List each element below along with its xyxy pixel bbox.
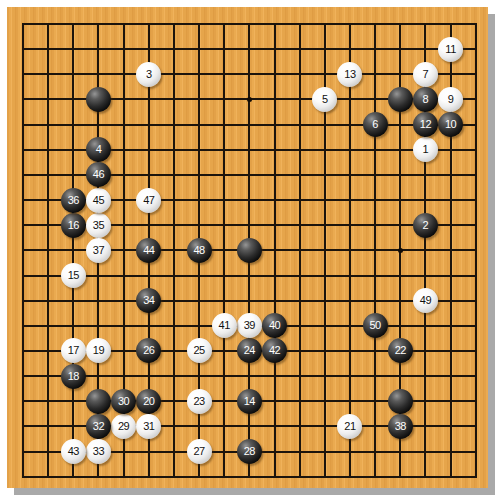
stone-move-number: 6: [372, 119, 378, 130]
stone-move-number: 25: [193, 345, 204, 356]
grid-line-vertical: [349, 23, 351, 478]
stone-black-32: 32: [86, 414, 111, 439]
stone-white-49: 49: [413, 288, 438, 313]
stone-black-36: 36: [61, 188, 86, 213]
stone-move-number: 46: [93, 169, 104, 180]
stone-move-number: 42: [269, 345, 280, 356]
stone-black-34: 34: [136, 288, 161, 313]
star-point: [398, 248, 403, 253]
stone-black-28: 28: [237, 439, 262, 464]
stone-black-30: 30: [111, 389, 136, 414]
stone-black-10: 10: [438, 112, 463, 137]
stone-move-number: 8: [423, 94, 429, 105]
stone-white-31: 31: [136, 414, 161, 439]
stone-white-29: 29: [111, 414, 136, 439]
grid-line-horizontal: [22, 375, 477, 377]
stone-move-number: 35: [93, 220, 104, 231]
stone-white-7: 7: [413, 62, 438, 87]
stone-move-number: 17: [68, 345, 79, 356]
grid-line-vertical: [475, 23, 477, 478]
grid-line-vertical: [374, 23, 376, 478]
stone-move-number: 4: [96, 144, 102, 155]
stone-white-25: 25: [187, 338, 212, 363]
stone-move-number: 47: [143, 195, 154, 206]
stone-move-number: 3: [146, 69, 152, 80]
stone-move-number: 29: [118, 421, 129, 432]
stone-white-23: 23: [187, 389, 212, 414]
stone-move-number: 28: [244, 446, 255, 457]
stone-move-number: 43: [68, 446, 79, 457]
stone-black-handicap: [388, 87, 413, 112]
stone-move-number: 21: [344, 421, 355, 432]
stone-black-handicap: [237, 238, 262, 263]
stone-move-number: 14: [244, 396, 255, 407]
stone-black-18: 18: [61, 364, 86, 389]
stone-black-46: 46: [86, 162, 111, 187]
stone-move-number: 48: [193, 245, 204, 256]
stone-black-40: 40: [262, 313, 287, 338]
stone-white-45: 45: [86, 188, 111, 213]
stone-move-number: 41: [219, 320, 230, 331]
stone-move-number: 38: [395, 421, 406, 432]
stone-white-3: 3: [136, 62, 161, 87]
stone-white-15: 15: [61, 263, 86, 288]
stone-black-6: 6: [363, 112, 388, 137]
star-point: [247, 97, 252, 102]
stone-black-48: 48: [187, 238, 212, 263]
stone-white-5: 5: [312, 87, 337, 112]
stone-black-16: 16: [61, 213, 86, 238]
stone-black-50: 50: [363, 313, 388, 338]
stone-white-19: 19: [86, 338, 111, 363]
stone-move-number: 19: [93, 345, 104, 356]
stone-move-number: 45: [93, 195, 104, 206]
stone-move-number: 37: [93, 245, 104, 256]
stone-white-33: 33: [86, 439, 111, 464]
stone-move-number: 18: [68, 371, 79, 382]
stone-move-number: 40: [269, 320, 280, 331]
stone-white-37: 37: [86, 238, 111, 263]
stone-white-39: 39: [237, 313, 262, 338]
stone-move-number: 22: [395, 345, 406, 356]
stone-white-35: 35: [86, 213, 111, 238]
stone-black-38: 38: [388, 414, 413, 439]
stone-move-number: 15: [68, 270, 79, 281]
stone-white-9: 9: [438, 87, 463, 112]
stone-white-17: 17: [61, 338, 86, 363]
stone-move-number: 44: [143, 245, 154, 256]
stone-move-number: 49: [420, 295, 431, 306]
stone-move-number: 26: [143, 345, 154, 356]
stone-move-number: 11: [445, 44, 455, 55]
stone-move-number: 7: [423, 69, 429, 80]
stone-black-24: 24: [237, 338, 262, 363]
grid-line-horizontal: [22, 300, 477, 302]
stone-move-number: 16: [68, 220, 79, 231]
kifu-page: 1234567891011121314151617181920212223242…: [0, 0, 500, 500]
stone-move-number: 39: [244, 320, 255, 331]
grid-line-vertical: [274, 23, 276, 478]
stone-black-handicap: [388, 389, 413, 414]
stone-white-1: 1: [413, 137, 438, 162]
stone-black-26: 26: [136, 338, 161, 363]
stone-move-number: 32: [93, 421, 104, 432]
stone-white-13: 13: [337, 62, 362, 87]
stone-move-number: 13: [344, 69, 355, 80]
stone-move-number: 23: [193, 396, 204, 407]
stone-white-21: 21: [337, 414, 362, 439]
stone-white-47: 47: [136, 188, 161, 213]
stone-white-43: 43: [61, 439, 86, 464]
stone-black-handicap: [86, 389, 111, 414]
stone-move-number: 36: [68, 195, 79, 206]
stone-black-12: 12: [413, 112, 438, 137]
stone-move-number: 2: [423, 220, 429, 231]
stone-black-2: 2: [413, 213, 438, 238]
grid-line-vertical: [299, 23, 301, 478]
stone-move-number: 31: [143, 421, 154, 432]
stone-white-41: 41: [212, 313, 237, 338]
stone-move-number: 50: [369, 320, 380, 331]
stone-move-number: 24: [244, 345, 255, 356]
stone-move-number: 1: [423, 144, 429, 155]
stone-white-27: 27: [187, 439, 212, 464]
stone-black-42: 42: [262, 338, 287, 363]
stone-black-20: 20: [136, 389, 161, 414]
go-board: 1234567891011121314151617181920212223242…: [7, 7, 488, 488]
stone-move-number: 20: [143, 396, 154, 407]
stone-black-handicap: [86, 87, 111, 112]
stone-black-8: 8: [413, 87, 438, 112]
stone-move-number: 9: [448, 94, 454, 105]
grid-line-horizontal: [22, 476, 477, 478]
stone-move-number: 30: [118, 396, 129, 407]
stone-move-number: 12: [420, 119, 431, 130]
stone-black-4: 4: [86, 137, 111, 162]
stone-move-number: 34: [143, 295, 154, 306]
stone-black-22: 22: [388, 338, 413, 363]
stone-black-14: 14: [237, 389, 262, 414]
stone-white-11: 11: [438, 37, 463, 62]
stone-move-number: 27: [193, 446, 204, 457]
stone-move-number: 10: [445, 119, 456, 130]
grid-line-horizontal: [22, 275, 477, 277]
stone-black-44: 44: [136, 238, 161, 263]
stone-move-number: 33: [93, 446, 104, 457]
stone-move-number: 5: [322, 94, 328, 105]
